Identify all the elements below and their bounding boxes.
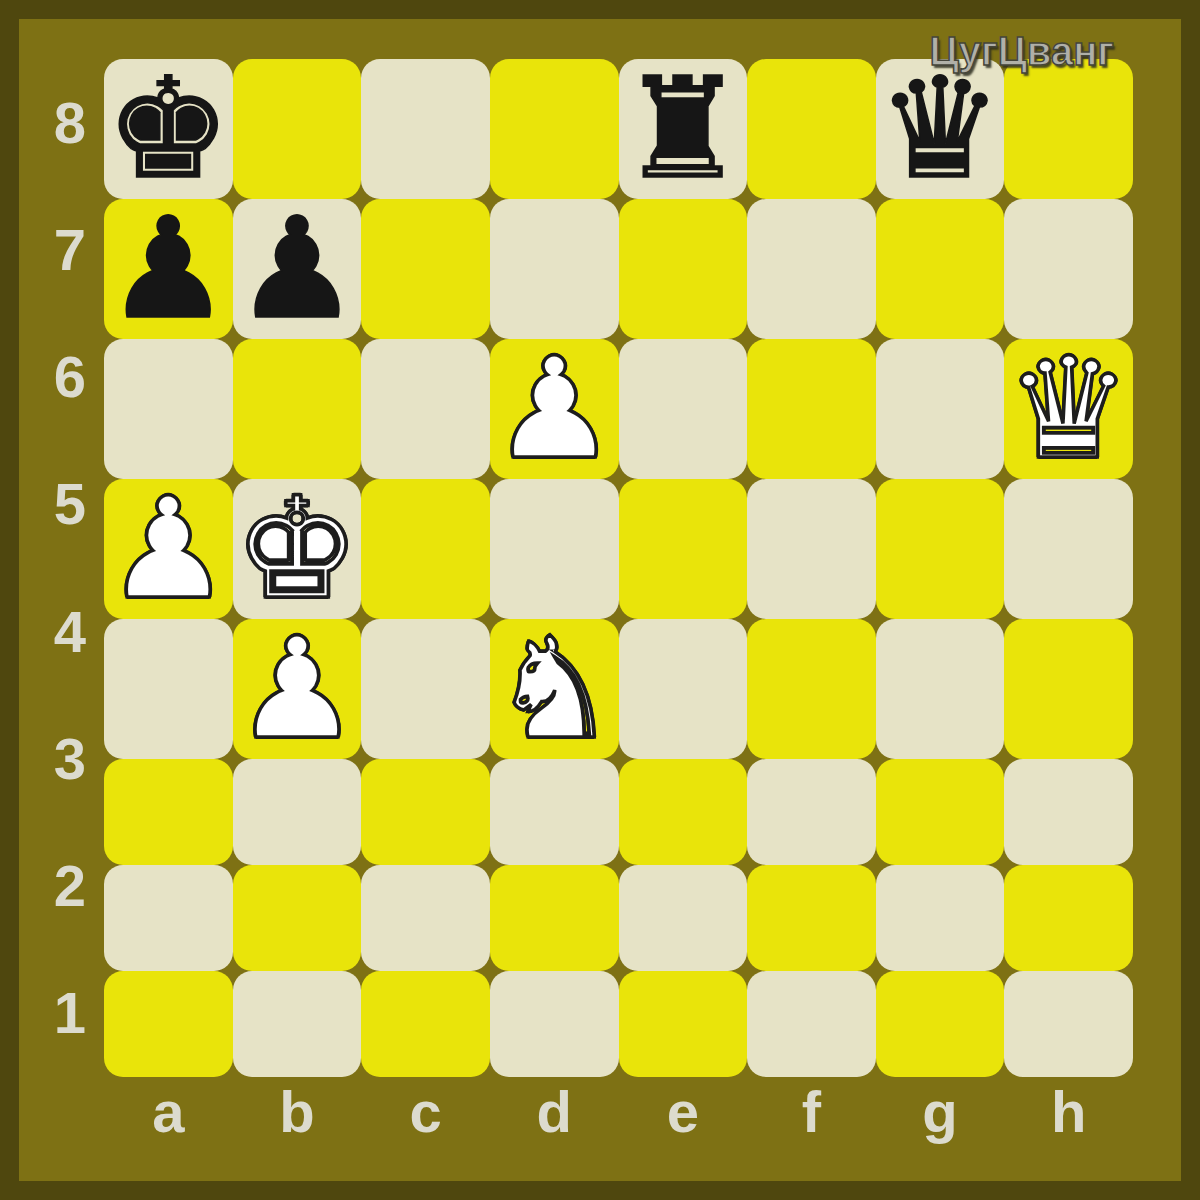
piece-white-king-b5: ♚ bbox=[234, 479, 360, 619]
file-label-f: f bbox=[747, 1082, 876, 1142]
square-g6 bbox=[876, 339, 1005, 479]
chess-board: ♚♜♛♟♟♟♛♟♚♟♞ bbox=[104, 59, 1133, 1077]
rank-label-6: 6 bbox=[30, 314, 110, 441]
square-f5 bbox=[747, 479, 876, 619]
square-e3 bbox=[619, 759, 748, 865]
square-g4 bbox=[876, 619, 1005, 759]
piece-black-king-a8: ♚ bbox=[106, 59, 232, 199]
square-c1 bbox=[361, 971, 490, 1077]
square-g7 bbox=[876, 199, 1005, 339]
square-f6 bbox=[747, 339, 876, 479]
square-d5 bbox=[490, 479, 619, 619]
square-b5: ♚ bbox=[233, 479, 362, 619]
square-d8 bbox=[490, 59, 619, 199]
square-a7: ♟ bbox=[104, 199, 233, 339]
square-f1 bbox=[747, 971, 876, 1077]
file-label-g: g bbox=[876, 1082, 1005, 1142]
file-labels: a b c d e f g h bbox=[104, 1082, 1133, 1142]
square-f7 bbox=[747, 199, 876, 339]
square-g2 bbox=[876, 865, 1005, 971]
piece-black-pawn-b7: ♟ bbox=[234, 199, 360, 339]
square-f4 bbox=[747, 619, 876, 759]
square-h6: ♛ bbox=[1004, 339, 1133, 479]
rank-label-7: 7 bbox=[30, 186, 110, 313]
piece-black-rook-e8: ♜ bbox=[620, 59, 746, 199]
rank-labels: 8 7 6 5 4 3 2 1 bbox=[30, 59, 110, 1077]
file-label-a: a bbox=[104, 1082, 233, 1142]
square-h7 bbox=[1004, 199, 1133, 339]
square-c2 bbox=[361, 865, 490, 971]
square-b4: ♟ bbox=[233, 619, 362, 759]
rank-label-1: 1 bbox=[30, 950, 110, 1077]
square-h1 bbox=[1004, 971, 1133, 1077]
piece-white-pawn-d6: ♟ bbox=[491, 339, 617, 479]
square-c4 bbox=[361, 619, 490, 759]
square-b1 bbox=[233, 971, 362, 1077]
rank-label-2: 2 bbox=[30, 823, 110, 950]
rank-label-3: 3 bbox=[30, 695, 110, 822]
square-g5 bbox=[876, 479, 1005, 619]
square-e1 bbox=[619, 971, 748, 1077]
square-e4 bbox=[619, 619, 748, 759]
piece-white-pawn-a5: ♟ bbox=[106, 479, 232, 619]
square-b3 bbox=[233, 759, 362, 865]
piece-white-pawn-b4: ♟ bbox=[234, 619, 360, 759]
square-h8 bbox=[1004, 59, 1133, 199]
watermark: ЦугЦванг bbox=[930, 31, 1114, 71]
square-h4 bbox=[1004, 619, 1133, 759]
piece-black-queen-g8: ♛ bbox=[877, 59, 1003, 199]
square-e2 bbox=[619, 865, 748, 971]
square-g1 bbox=[876, 971, 1005, 1077]
square-b8 bbox=[233, 59, 362, 199]
piece-black-pawn-a7: ♟ bbox=[106, 199, 232, 339]
file-label-e: e bbox=[619, 1082, 748, 1142]
square-d2 bbox=[490, 865, 619, 971]
piece-white-knight-d4: ♞ bbox=[491, 619, 617, 759]
square-e5 bbox=[619, 479, 748, 619]
rank-label-8: 8 bbox=[30, 59, 110, 186]
square-d6: ♟ bbox=[490, 339, 619, 479]
square-b7: ♟ bbox=[233, 199, 362, 339]
square-f8 bbox=[747, 59, 876, 199]
square-c8 bbox=[361, 59, 490, 199]
square-a8: ♚ bbox=[104, 59, 233, 199]
square-c6 bbox=[361, 339, 490, 479]
chess-diagram: ♚♜♛♟♟♟♛♟♚♟♞ 8 7 6 5 4 3 2 1 a b c d e f … bbox=[0, 0, 1200, 1200]
square-a5: ♟ bbox=[104, 479, 233, 619]
square-h2 bbox=[1004, 865, 1133, 971]
file-label-c: c bbox=[361, 1082, 490, 1142]
square-d3 bbox=[490, 759, 619, 865]
file-label-d: d bbox=[490, 1082, 619, 1142]
square-f2 bbox=[747, 865, 876, 971]
rank-label-5: 5 bbox=[30, 441, 110, 568]
square-c3 bbox=[361, 759, 490, 865]
square-f3 bbox=[747, 759, 876, 865]
file-label-h: h bbox=[1004, 1082, 1133, 1142]
file-label-b: b bbox=[233, 1082, 362, 1142]
square-a4 bbox=[104, 619, 233, 759]
square-b6 bbox=[233, 339, 362, 479]
square-e8: ♜ bbox=[619, 59, 748, 199]
square-e6 bbox=[619, 339, 748, 479]
square-h3 bbox=[1004, 759, 1133, 865]
square-a6 bbox=[104, 339, 233, 479]
square-d4: ♞ bbox=[490, 619, 619, 759]
square-e7 bbox=[619, 199, 748, 339]
square-c7 bbox=[361, 199, 490, 339]
square-d1 bbox=[490, 971, 619, 1077]
square-h5 bbox=[1004, 479, 1133, 619]
rank-label-4: 4 bbox=[30, 568, 110, 695]
square-g3 bbox=[876, 759, 1005, 865]
square-a2 bbox=[104, 865, 233, 971]
square-g8: ♛ bbox=[876, 59, 1005, 199]
piece-white-queen-h6: ♛ bbox=[1006, 339, 1132, 479]
square-d7 bbox=[490, 199, 619, 339]
square-c5 bbox=[361, 479, 490, 619]
square-a1 bbox=[104, 971, 233, 1077]
square-a3 bbox=[104, 759, 233, 865]
square-b2 bbox=[233, 865, 362, 971]
